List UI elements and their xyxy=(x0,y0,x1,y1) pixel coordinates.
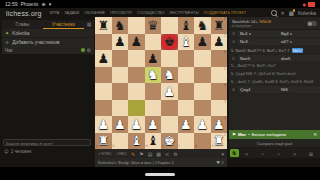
coord-file: f xyxy=(179,145,180,149)
white-move[interactable]: Nc3 xyxy=(238,38,279,45)
white-pawn: ♟ xyxy=(213,118,225,131)
square-a8[interactable]: ♜ xyxy=(95,17,112,34)
lichess-study-screen: 12:59 Phoenix ⊕ ▾ ● lichess.org ИГРАЗАДА… xyxy=(0,0,320,180)
tab-members[interactable]: Участники xyxy=(43,20,84,29)
variation-line[interactable]: 6... dxe5 7. Qxd8+ Kxd8 8. Nxf7+ Ke8 9. … xyxy=(229,79,320,87)
square-b2[interactable]: ♟ xyxy=(112,116,129,133)
nav-item-6[interactable]: ИНСТРУМЕНТЫ xyxy=(169,11,198,15)
white-knight: ♞ xyxy=(147,68,159,81)
square-h5[interactable]: 5 xyxy=(211,67,228,84)
move-number: 5 xyxy=(229,55,238,62)
square-f8[interactable]: ♝ xyxy=(178,17,195,34)
move-row: 6Qxg4Nf6 xyxy=(229,86,320,94)
chat-presence: ☺ 1 человек xyxy=(4,149,31,154)
comment-indicator xyxy=(249,33,251,35)
square-c1[interactable]: ♝c xyxy=(128,133,145,150)
prev-move-button[interactable]: ‹ xyxy=(255,150,271,157)
square-b1[interactable]: b xyxy=(112,133,129,150)
current-move[interactable]: Nd5# xyxy=(292,48,304,53)
coord-file: a xyxy=(96,145,98,149)
black-pawn: ♟ xyxy=(97,52,109,65)
coord-file: e xyxy=(162,145,164,149)
white-pawn: ♟ xyxy=(97,118,109,131)
square-g1[interactable]: g xyxy=(194,133,211,150)
square-a4[interactable] xyxy=(95,83,112,100)
square-g8[interactable]: ♞ xyxy=(194,17,211,34)
move-row: 4Nc3a6? xyxy=(229,38,320,46)
black-move[interactable]: Nf6 xyxy=(279,86,320,93)
white-king: ♚ xyxy=(163,134,175,147)
coord-rank: 8 xyxy=(224,18,226,22)
black-move[interactable]: a6? xyxy=(279,38,320,45)
variation-line[interactable]: 5... Bxd1?? 6. Bxf7+ Ke7 xyxy=(229,63,320,71)
banner-separator: • xyxy=(248,132,250,137)
sync-toggle[interactable]: ✓SYNC xyxy=(98,151,112,156)
presence-count: 1 человек xyxy=(11,149,31,154)
nav-item-4[interactable]: ПРОСМОТР xyxy=(110,11,132,15)
coord-file: d xyxy=(146,145,148,149)
inline-line: 5. Nxe5! Bxd1?? 6. Bxf7+ Ke7 7. Nd5# xyxy=(229,46,320,55)
white-pawn: ♟ xyxy=(196,118,208,131)
white-move[interactable]: Nxe5 xyxy=(238,55,279,62)
black-pawn: ♟ xyxy=(114,35,126,48)
person-icon: ☺ xyxy=(4,149,9,154)
notifications-icon[interactable]: ▦ xyxy=(289,10,294,16)
coord-rank: 5 xyxy=(224,68,226,72)
square-f2[interactable]: ♟ xyxy=(178,116,195,133)
square-c2[interactable]: ♟ xyxy=(128,116,145,133)
clock: 12:59 xyxy=(5,1,18,7)
coord-rank: 1 xyxy=(224,134,226,138)
square-h7[interactable]: ♟7 xyxy=(211,34,228,51)
square-b6[interactable] xyxy=(112,50,129,67)
square-e2[interactable] xyxy=(161,116,178,133)
black-knight: ♞ xyxy=(114,19,126,32)
black-pawn: ♟ xyxy=(130,35,142,48)
white-bishop: ♝ xyxy=(130,134,142,147)
inline-moves[interactable]: 5. Nxe5! Bxd1?? 6. Bxf7+ Ke7 7. xyxy=(231,48,292,53)
menu-icon[interactable]: ≡ xyxy=(303,150,319,157)
heart-icon[interactable]: ♥ xyxy=(216,160,220,165)
square-h3[interactable]: 3 xyxy=(211,100,228,117)
square-g5[interactable] xyxy=(194,67,211,84)
notes-icon[interactable]: ▤ xyxy=(148,151,153,157)
square-b3[interactable] xyxy=(112,100,129,117)
white-rook: ♜ xyxy=(97,134,109,147)
square-b4[interactable] xyxy=(112,83,129,100)
black-bishop: ♝ xyxy=(180,19,192,32)
square-a7[interactable] xyxy=(95,34,112,51)
square-e1[interactable]: ♚e xyxy=(161,133,178,150)
banner-flag-icon: ⚑ xyxy=(232,132,236,137)
white-move[interactable]: Bc4 xyxy=(238,30,279,37)
study-title-bar: Kolenka's Study: Шах и мат | Chapter 1 ♥… xyxy=(95,158,227,167)
black-pawn: ♟ xyxy=(147,52,159,65)
chess-board[interactable]: ♜♞♛♝♞♜8♟♟♚♝♟♟7♟♟6♞♞5♟43♟♟♟♟♟♟♟2♜ab♝c♝d♚e… xyxy=(95,17,227,149)
move-number: 6 xyxy=(229,86,238,93)
square-g2[interactable]: ♟ xyxy=(194,116,211,133)
first-move-button[interactable]: « xyxy=(239,150,255,157)
comment-indicator xyxy=(290,33,292,35)
board-editor-icon[interactable]: ▦ xyxy=(156,151,161,157)
checkmate-banner: ⚑ Мат • Белые победили ✕ xyxy=(229,130,320,139)
rec-toggle[interactable]: ✓REC xyxy=(116,151,127,156)
square-e4[interactable]: ♟ xyxy=(161,83,178,100)
white-knight: ♞ xyxy=(163,68,175,81)
square-e8[interactable] xyxy=(161,17,178,34)
chat-input[interactable]: Будьте вежливы в чате! xyxy=(3,139,91,146)
next-move-button[interactable]: › xyxy=(271,150,287,157)
black-pawn: ♟ xyxy=(213,35,225,48)
study-title[interactable]: Kolenka's Study: Шах и мат | Chapter 1 xyxy=(98,160,174,165)
square-g3[interactable] xyxy=(194,100,211,117)
share-icon[interactable]: < xyxy=(165,151,169,157)
chat-toggle[interactable] xyxy=(81,48,85,52)
square-c6[interactable] xyxy=(128,50,145,67)
square-g7[interactable]: ♟ xyxy=(194,34,211,51)
engine-toggle-knob xyxy=(308,22,312,26)
coord-rank: 7 xyxy=(224,35,226,39)
coord-rank: 2 xyxy=(224,117,226,121)
square-a3[interactable] xyxy=(95,100,112,117)
coord-file: g xyxy=(195,145,197,149)
banner-close-icon[interactable]: ✕ xyxy=(313,132,317,137)
coord-file: b xyxy=(113,145,115,149)
collapse-icon[interactable]: ▾ xyxy=(221,151,224,157)
move-row: 3Bc4Bg4 xyxy=(229,30,320,38)
chat-title: Чат xyxy=(5,48,13,53)
record-dot-icon: ● xyxy=(303,2,307,7)
square-h6[interactable]: 6 xyxy=(211,50,228,67)
black-bishop: ♝ xyxy=(147,134,159,147)
variation-line[interactable]: 6. Qxg4 Nf6 7. Qb3 e6 8. Nxe5 dxe5 xyxy=(229,71,320,79)
coord-file: c xyxy=(129,145,131,149)
move-number: 3 xyxy=(229,30,238,37)
square-d7[interactable] xyxy=(145,34,162,51)
white-pawn: ♟ xyxy=(147,118,159,131)
banner-title: Мат xyxy=(238,132,246,137)
square-b8[interactable]: ♞ xyxy=(112,17,129,34)
white-pawn: ♟ xyxy=(163,85,175,98)
black-rook: ♜ xyxy=(213,19,225,32)
square-g4[interactable] xyxy=(194,83,211,100)
square-a5[interactable] xyxy=(95,67,112,84)
white-pawn: ♟ xyxy=(180,118,192,131)
black-move[interactable]: dxe5 xyxy=(279,55,320,62)
add-members-label: Добавить участников xyxy=(12,40,59,45)
square-e3[interactable] xyxy=(161,100,178,117)
square-f5[interactable] xyxy=(178,67,195,84)
square-d8[interactable]: ♛ xyxy=(145,17,162,34)
close-icon[interactable]: ✕ xyxy=(281,10,285,16)
likes-count: 1 xyxy=(222,160,224,165)
last-move-button[interactable]: » xyxy=(287,150,303,157)
square-h2[interactable]: ♟2 xyxy=(211,116,228,133)
square-h8[interactable]: ♜8 xyxy=(211,17,228,34)
move-number: 4 xyxy=(229,38,238,45)
notification-dot xyxy=(293,9,296,12)
gear-icon[interactable]: ⚙ xyxy=(173,151,177,157)
white-pawn: ♟ xyxy=(130,118,142,131)
tab-extra-icon[interactable]: ▦ xyxy=(84,20,94,29)
banner-text: Белые победили xyxy=(252,132,286,137)
black-knight: ♞ xyxy=(196,19,208,32)
square-e7[interactable]: ♚ xyxy=(161,34,178,51)
square-a6[interactable]: ♟ xyxy=(95,50,112,67)
square-h1[interactable]: ♜h1 xyxy=(211,133,228,150)
nav-item-2[interactable]: ЗАДАЧИ xyxy=(64,11,79,15)
square-d4[interactable] xyxy=(145,83,162,100)
username[interactable]: Kolenka xyxy=(298,10,316,16)
board-toolbar: ✓SYNC ✓REC ✎ ⚑ ▤ ▦ < ⚙ ▾ xyxy=(95,149,227,158)
retry-button[interactable]: Сыграть ещё раз xyxy=(229,139,320,148)
square-d5[interactable]: ♞ xyxy=(145,67,162,84)
coord-rank: 3 xyxy=(224,101,226,105)
white-rook: ♜ xyxy=(213,134,225,147)
black-queen: ♛ xyxy=(147,19,159,32)
nav-item-3[interactable]: ОБУЧЕНИЕ xyxy=(84,11,105,15)
square-f4[interactable] xyxy=(178,83,195,100)
nav-item-1[interactable]: ИГРА xyxy=(50,11,60,15)
coord-rank: 4 xyxy=(224,84,226,88)
caret-icon: ▾ xyxy=(49,1,52,7)
move-row: 5Nxe5dxe5 xyxy=(229,55,320,63)
engine-name: Stockfish 14+ xyxy=(232,19,258,24)
engine-subtitle: в браузере xyxy=(232,24,317,29)
move-list: 3Bc4Bg44Nc3a6?5. Nxe5! Bxd1?? 6. Bxf7+ K… xyxy=(229,30,320,130)
square-g6[interactable] xyxy=(194,50,211,67)
black-pawn: ♟ xyxy=(196,35,208,48)
chat-header: Чат ⚙ xyxy=(2,46,94,54)
square-e6[interactable] xyxy=(161,50,178,67)
square-h4[interactable]: 4 xyxy=(211,83,228,100)
status-bar: 12:59 Phoenix ⊕ ▾ ● xyxy=(0,0,320,8)
gesture-bar[interactable] xyxy=(145,173,175,176)
square-b5[interactable] xyxy=(112,67,129,84)
coord-file: h xyxy=(212,145,214,149)
square-b7[interactable]: ♟ xyxy=(112,34,129,51)
nav-item-7[interactable]: ПОДДЕРЖАТЬ ПРОЕКТ xyxy=(204,11,247,15)
plus-icon: + xyxy=(5,39,9,45)
white-pawn: ♟ xyxy=(114,118,126,131)
square-c7[interactable]: ♟ xyxy=(128,34,145,51)
square-d6[interactable]: ♟ xyxy=(145,50,162,67)
white-move[interactable]: Qxg4 xyxy=(238,86,279,93)
black-king: ♚ xyxy=(163,35,175,48)
square-d1[interactable]: ♝d xyxy=(145,133,162,150)
square-f6[interactable] xyxy=(178,50,195,67)
search-icon[interactable] xyxy=(271,10,277,16)
globe-icon: ⊕ xyxy=(42,1,46,7)
square-a1[interactable]: ♜a xyxy=(95,133,112,150)
graduation-cap-icon: ✦ xyxy=(5,30,9,36)
members-list: ✦ Kolenka + Добавить участников xyxy=(2,29,94,47)
battery-icon xyxy=(308,2,315,7)
tab-chapters[interactable]: Главы xyxy=(2,20,43,29)
square-d3[interactable] xyxy=(145,100,162,117)
practice-goat-button[interactable]: ♞ xyxy=(230,149,239,158)
lichess-logo[interactable]: lichess.org xyxy=(6,10,42,17)
square-a2[interactable]: ♟ xyxy=(95,116,112,133)
square-e5[interactable]: ♞ xyxy=(161,67,178,84)
brush-icon[interactable]: ✎ xyxy=(131,151,135,157)
engine-header: Stockfish 14+ NNUE в браузере xyxy=(229,17,320,30)
square-f3[interactable] xyxy=(178,100,195,117)
engine-toggle[interactable] xyxy=(307,21,317,26)
square-c5[interactable] xyxy=(128,67,145,84)
member-row[interactable]: ✦ Kolenka xyxy=(2,29,94,38)
square-c3[interactable] xyxy=(128,100,145,117)
square-c8[interactable] xyxy=(128,17,145,34)
nav-item-5[interactable]: СООБЩЕСТВО xyxy=(137,11,164,15)
square-f7[interactable]: ♝ xyxy=(178,34,195,51)
flag-icon[interactable]: ⚑ xyxy=(139,151,143,157)
white-bishop: ♝ xyxy=(180,35,192,48)
square-c4[interactable] xyxy=(128,83,145,100)
black-rook: ♜ xyxy=(97,19,109,32)
engine-badge: NNUE xyxy=(259,19,271,24)
coord-rank: 6 xyxy=(224,51,226,55)
square-f1[interactable]: f xyxy=(178,133,195,150)
square-d2[interactable]: ♟ xyxy=(145,116,162,133)
analysis-controls: ♞ « ‹ › » ≡ xyxy=(229,148,320,158)
chat-settings-icon[interactable]: ⚙ xyxy=(87,47,91,53)
member-name: Kolenka xyxy=(12,31,29,36)
main-nav: ИГРАЗАДАЧИОБУЧЕНИЕПРОСМОТРСООБЩЕСТВОИНСТ… xyxy=(50,11,247,15)
black-move[interactable]: Bg4 xyxy=(279,30,320,37)
app-name: Phoenix xyxy=(21,1,39,7)
comment-indicator xyxy=(290,41,292,43)
